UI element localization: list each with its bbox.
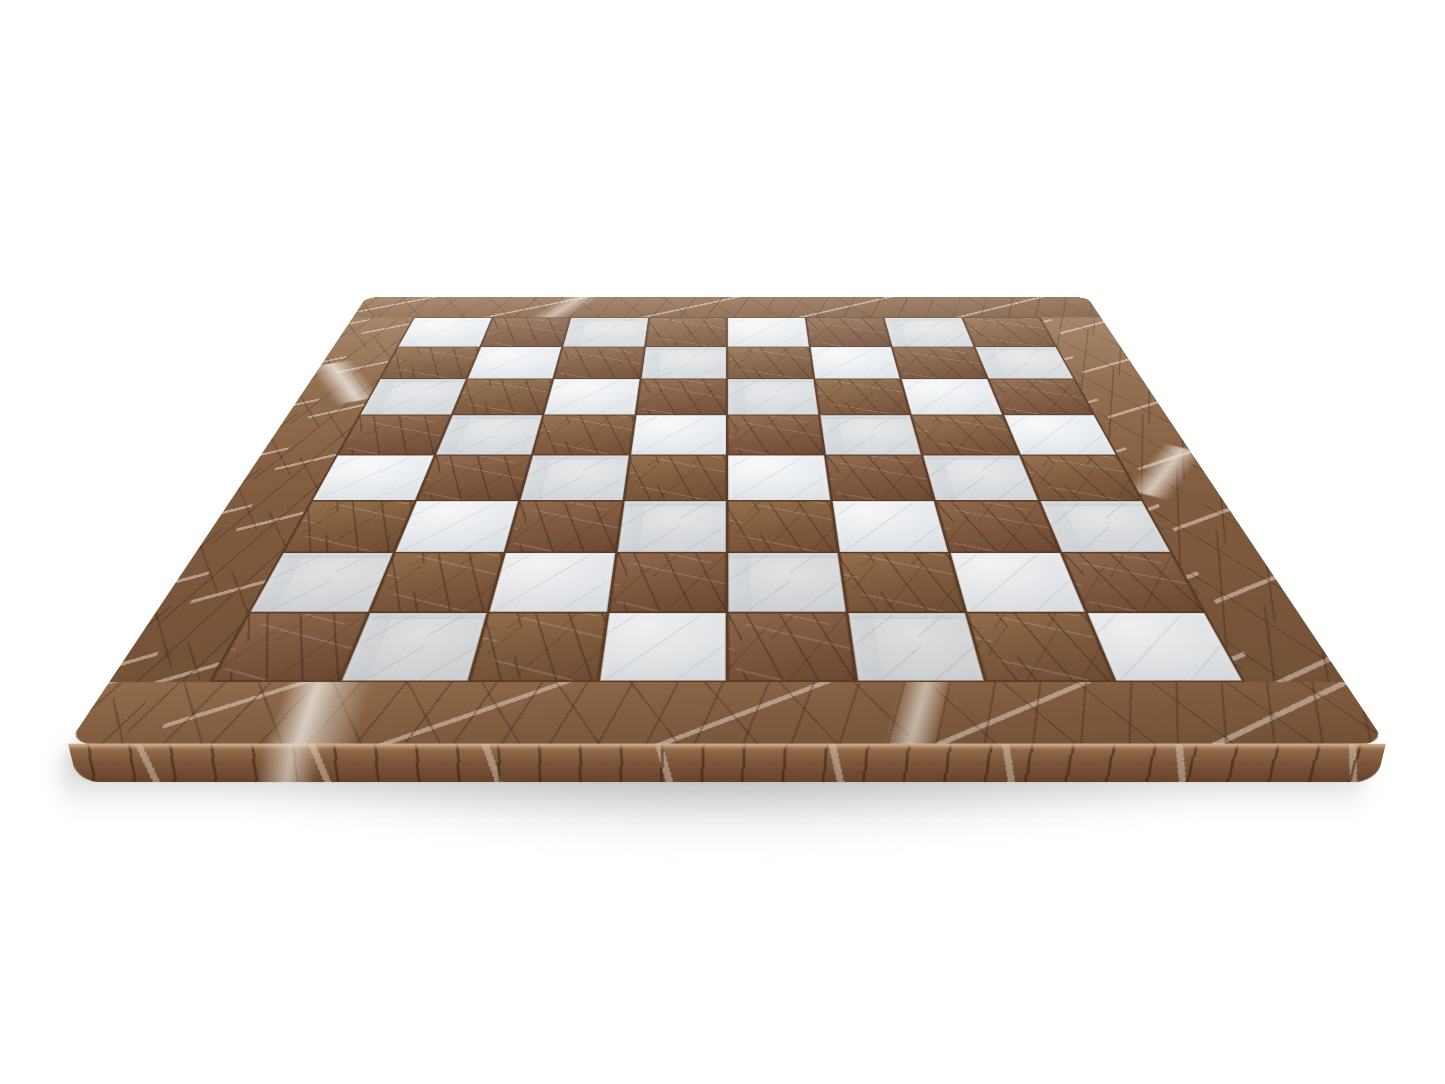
square-a2[interactable] — [251, 553, 393, 611]
square-h7[interactable] — [975, 347, 1073, 378]
square-f4[interactable] — [826, 455, 934, 500]
square-c2[interactable] — [490, 553, 615, 611]
square-d4[interactable] — [624, 455, 726, 500]
square-g7[interactable] — [893, 347, 987, 378]
marble-border-top — [353, 297, 1101, 317]
square-f2[interactable] — [839, 553, 964, 611]
square-b4[interactable] — [417, 455, 531, 500]
square-f8[interactable] — [806, 318, 891, 346]
square-g1[interactable] — [967, 613, 1113, 681]
marble-border-left — [109, 317, 413, 682]
square-d7[interactable] — [641, 347, 726, 378]
square-g3[interactable] — [936, 501, 1059, 552]
square-c1[interactable] — [470, 613, 606, 681]
square-d3[interactable] — [617, 501, 726, 552]
square-c5[interactable] — [533, 415, 634, 454]
square-e6[interactable] — [728, 379, 818, 414]
square-f5[interactable] — [820, 415, 921, 454]
marble-border-bottom — [68, 682, 1386, 744]
square-f6[interactable] — [815, 379, 910, 414]
square-a5[interactable] — [338, 415, 450, 454]
square-c4[interactable] — [520, 455, 628, 500]
square-g4[interactable] — [923, 455, 1037, 500]
marble-border-right — [1041, 317, 1345, 682]
square-h2[interactable] — [1062, 553, 1204, 611]
square-d2[interactable] — [609, 553, 726, 611]
square-e4[interactable] — [728, 455, 830, 500]
square-c8[interactable] — [563, 318, 648, 346]
square-b5[interactable] — [436, 415, 543, 454]
square-h6[interactable] — [989, 379, 1094, 414]
product-photo-scene — [0, 0, 1445, 1084]
square-c6[interactable] — [544, 379, 639, 414]
square-h3[interactable] — [1040, 501, 1170, 552]
square-a1[interactable] — [212, 613, 367, 681]
square-g5[interactable] — [912, 415, 1019, 454]
square-e5[interactable] — [728, 415, 824, 454]
square-h5[interactable] — [1004, 415, 1116, 454]
square-d6[interactable] — [636, 379, 726, 414]
square-h8[interactable] — [963, 318, 1056, 346]
square-g8[interactable] — [884, 318, 973, 346]
square-d5[interactable] — [631, 415, 726, 454]
square-a6[interactable] — [361, 379, 466, 414]
square-c7[interactable] — [554, 347, 643, 378]
square-d1[interactable] — [599, 613, 725, 681]
square-e8[interactable] — [728, 318, 809, 346]
square-d8[interactable] — [646, 318, 727, 346]
square-a3[interactable] — [284, 501, 414, 552]
square-b2[interactable] — [370, 553, 503, 611]
square-b6[interactable] — [452, 379, 552, 414]
chess-board — [68, 297, 1386, 744]
square-b7[interactable] — [467, 347, 561, 378]
square-e7[interactable] — [728, 347, 813, 378]
square-f7[interactable] — [810, 347, 899, 378]
board-top-face — [68, 297, 1386, 744]
square-e2[interactable] — [728, 553, 845, 611]
board-front-edge — [68, 744, 1386, 782]
square-a8[interactable] — [399, 318, 492, 346]
square-e1[interactable] — [728, 613, 855, 681]
square-b3[interactable] — [395, 501, 518, 552]
square-c3[interactable] — [506, 501, 622, 552]
square-b8[interactable] — [481, 318, 570, 346]
square-a7[interactable] — [381, 347, 479, 378]
square-f1[interactable] — [848, 613, 984, 681]
square-h4[interactable] — [1021, 455, 1141, 500]
square-h1[interactable] — [1087, 613, 1242, 681]
square-b1[interactable] — [341, 613, 486, 681]
square-a4[interactable] — [313, 455, 433, 500]
square-g2[interactable] — [951, 553, 1084, 611]
square-f3[interactable] — [832, 501, 948, 552]
square-e3[interactable] — [728, 501, 837, 552]
square-g6[interactable] — [902, 379, 1002, 414]
